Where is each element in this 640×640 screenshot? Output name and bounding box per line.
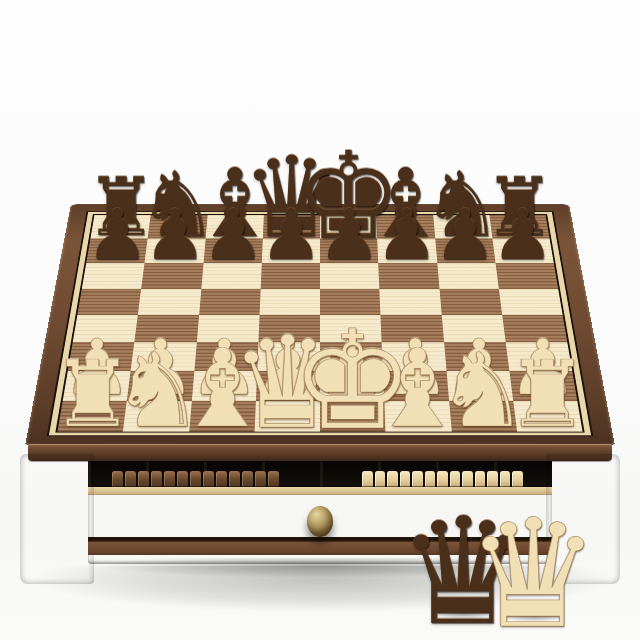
piece-black-pawn-c7[interactable]: ♟: [202, 200, 265, 270]
checker-dark-9[interactable]: [216, 471, 227, 488]
checker-dark-10[interactable]: [229, 471, 240, 488]
piece-black-pawn-h7[interactable]: ♟: [491, 200, 554, 270]
checker-dark-5[interactable]: [164, 471, 175, 488]
piece-black-pawn-b7[interactable]: ♟: [144, 200, 207, 270]
square-a5[interactable]: [77, 289, 141, 315]
checker-dark-8[interactable]: [203, 471, 214, 488]
checkers-row-dark: [112, 471, 279, 488]
piece-black-pawn-f7[interactable]: ♟: [376, 200, 439, 270]
piece-white-rook-h1[interactable]: ♜: [506, 348, 589, 440]
checker-dark-13[interactable]: [268, 471, 279, 488]
piece-black-pawn-g7[interactable]: ♟: [433, 200, 496, 270]
checker-dark-4[interactable]: [151, 471, 162, 488]
piece-black-pawn-a7[interactable]: ♟: [86, 200, 149, 270]
checker-dark-11[interactable]: [242, 471, 253, 488]
square-b5[interactable]: [138, 289, 201, 315]
checker-dark-2[interactable]: [125, 471, 136, 488]
checker-dark-6[interactable]: [177, 471, 188, 488]
checker-dark-1[interactable]: [112, 471, 123, 488]
square-g5[interactable]: [439, 289, 502, 315]
checker-light-2[interactable]: [375, 471, 386, 488]
piece-black-pawn-e7[interactable]: ♟: [318, 200, 381, 270]
checker-dark-7[interactable]: [190, 471, 201, 488]
square-h5[interactable]: [499, 289, 563, 315]
box-left-side: [20, 454, 94, 584]
drawer-knob[interactable]: [307, 506, 333, 537]
product-photo-scene: ♜♞♝♛♚♝♞♜♟♟♟♟♟♟♟♟♟♟♟♟♟♟♟♟♜♞♝♛♚♝♞♜ ♛♛: [0, 0, 640, 640]
spare-queen-light[interactable]: ♛: [466, 499, 600, 640]
checker-dark-3[interactable]: [138, 471, 149, 488]
checker-light-1[interactable]: [362, 471, 373, 488]
piece-black-pawn-d7[interactable]: ♟: [260, 200, 323, 270]
checker-dark-12[interactable]: [255, 471, 266, 488]
